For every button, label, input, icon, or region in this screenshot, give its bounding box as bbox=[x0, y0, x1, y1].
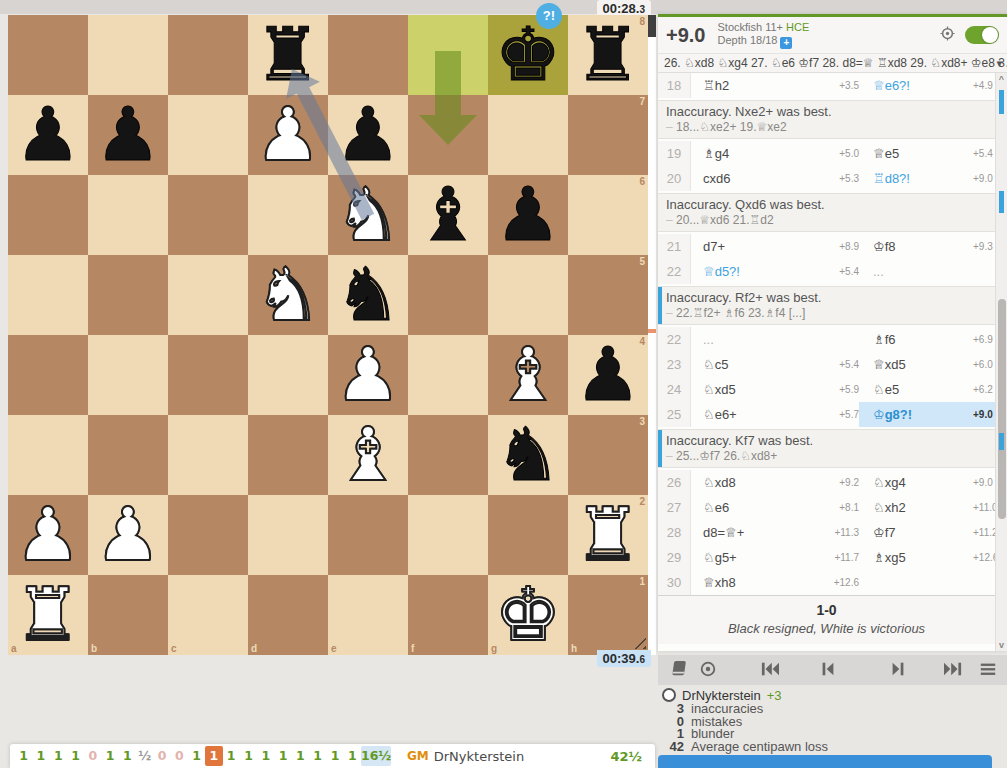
move-row: 20cxd6+5.3♖d8?!+9.0 bbox=[658, 166, 995, 191]
move-list-scrollbar[interactable]: ^ v bbox=[995, 73, 1007, 651]
last-move-highlight bbox=[408, 15, 488, 95]
move-row: 18♖h2+3.5♕e6?!+4.9 bbox=[658, 73, 995, 98]
black-piece-e7[interactable]: ♟ bbox=[328, 95, 408, 175]
move-row: 29♘g5++11.7♗xg5+12.6 bbox=[658, 545, 995, 570]
better-line-variation[interactable]: 20...♕xd6 21.♖d2 bbox=[658, 213, 995, 231]
white-move-eval: +11.3 bbox=[815, 520, 859, 545]
square-b8[interactable] bbox=[88, 15, 168, 95]
engine-eval: +9.0 bbox=[666, 24, 705, 47]
move-row: 25♘e6++5.7♔g8?!+9.0 bbox=[658, 402, 995, 427]
black-move-eval bbox=[973, 570, 995, 595]
white-move[interactable]: ♕d5?! bbox=[691, 259, 815, 284]
file-label: c bbox=[171, 643, 177, 654]
white-move-eval: +5.9 bbox=[815, 377, 859, 402]
white-move[interactable]: cxd6 bbox=[691, 166, 815, 191]
black-move[interactable]: ♕e5 bbox=[859, 141, 973, 166]
black-move[interactable]: ♕e6?! bbox=[859, 73, 973, 98]
square-c8[interactable] bbox=[168, 15, 248, 95]
judgment-block: Inaccuracy. Rf2+ was best.22.♖f2+ ♗f6 23… bbox=[658, 286, 995, 325]
game-result-cell[interactable]: 1 bbox=[32, 746, 49, 766]
expand-caret-icon[interactable]: ▾ bbox=[996, 54, 1002, 72]
move-row: 24♘xd5+5.9♘e5+6.2 bbox=[658, 377, 995, 402]
white-piece-d7[interactable]: ♟ bbox=[248, 95, 328, 175]
stat-value: 42 bbox=[660, 741, 684, 754]
white-move-eval: +8.9 bbox=[815, 234, 859, 259]
white-move[interactable]: ♘xd5 bbox=[691, 377, 815, 402]
player-title: GM bbox=[407, 749, 429, 763]
square-c4[interactable] bbox=[168, 335, 248, 415]
file-label: d bbox=[251, 643, 257, 654]
square-f1[interactable]: f bbox=[408, 575, 488, 655]
square-c1[interactable]: c bbox=[168, 575, 248, 655]
black-piece-d8[interactable]: ♜ bbox=[248, 15, 328, 95]
square-b4[interactable] bbox=[88, 335, 168, 415]
square-h1[interactable]: 1h bbox=[568, 575, 648, 655]
white-piece-a2[interactable]: ♟ bbox=[8, 495, 88, 575]
analysis-panel: +9.0 Stockfish 11+ HCE Depth 18/18+ 26. … bbox=[658, 14, 1007, 651]
better-line-variation[interactable]: 25...♔f7 26.♘xd8+ bbox=[658, 449, 995, 467]
square-c6[interactable] bbox=[168, 175, 248, 255]
black-piece-a7[interactable]: ♟ bbox=[8, 95, 88, 175]
white-move[interactable]: ♘g5+ bbox=[691, 545, 815, 570]
eval-gauge-black-segment bbox=[648, 15, 656, 37]
game-result: 1-0 Black resigned, White is victorious bbox=[658, 595, 995, 644]
white-piece-e3[interactable]: ♝ bbox=[328, 415, 408, 495]
white-move[interactable]: ♕xh8 bbox=[691, 570, 815, 595]
move-number: 20 bbox=[658, 166, 691, 191]
square-d4[interactable] bbox=[248, 335, 328, 415]
result-note: Black resigned, White is victorious bbox=[658, 621, 995, 636]
scroll-up-icon[interactable]: ^ bbox=[996, 74, 1007, 84]
square-e2[interactable] bbox=[328, 495, 408, 575]
engine-name: Stockfish 11+ bbox=[717, 21, 783, 33]
prev-move-icon[interactable] bbox=[816, 660, 840, 680]
black-move[interactable]: ♘xh2 bbox=[859, 495, 973, 520]
move-row: 21d7++8.9♔f8+9.3 bbox=[658, 234, 995, 259]
white-move[interactable]: ♘e6+ bbox=[691, 402, 815, 427]
white-move-eval: +3.5 bbox=[815, 73, 859, 98]
game-result-cell[interactable]: 1 bbox=[326, 746, 343, 766]
inaccuracy-scroll-marker bbox=[999, 191, 1004, 213]
white-move[interactable]: ♘e6 bbox=[691, 495, 815, 520]
square-d6[interactable] bbox=[248, 175, 328, 255]
square-g7[interactable] bbox=[488, 95, 568, 175]
white-move-eval: +12.6 bbox=[815, 570, 859, 595]
square-b5[interactable] bbox=[88, 255, 168, 335]
scrollbar-thumb[interactable] bbox=[998, 299, 1006, 519]
move-number: 22 bbox=[658, 327, 691, 352]
better-line-variation[interactable]: 22.♖f2+ ♗f6 23.♗f4 [...] bbox=[658, 306, 995, 324]
white-move-eval: +5.7 bbox=[815, 402, 859, 427]
white-piece-a1[interactable]: ♜ bbox=[8, 575, 88, 655]
square-f2[interactable] bbox=[408, 495, 488, 575]
white-summary-bar[interactable] bbox=[658, 755, 992, 768]
square-c3[interactable] bbox=[168, 415, 248, 495]
square-c7[interactable] bbox=[168, 95, 248, 175]
white-move[interactable]: ♖h2 bbox=[691, 73, 815, 98]
white-move-eval: +8.1 bbox=[815, 495, 859, 520]
white-move[interactable]: ♘xd8 bbox=[691, 470, 815, 495]
square-b1[interactable]: b bbox=[88, 575, 168, 655]
square-a5[interactable] bbox=[8, 255, 88, 335]
square-h5[interactable]: 5 bbox=[568, 255, 648, 335]
move-row: 22♕d5?!+5.4... bbox=[658, 259, 995, 284]
judgment-comment: Inaccuracy. Rf2+ was best. bbox=[658, 287, 995, 306]
black-move[interactable]: ♘xg4 bbox=[859, 470, 973, 495]
white-move[interactable]: ... bbox=[691, 327, 815, 352]
result-score: 1-0 bbox=[658, 602, 995, 618]
engine-toggle[interactable] bbox=[965, 26, 999, 44]
game-result-cell[interactable]: 1 bbox=[292, 746, 309, 766]
player-points: 42½ bbox=[610, 749, 642, 764]
skip-last-icon[interactable] bbox=[941, 660, 965, 680]
game-result-cell[interactable]: 1 bbox=[344, 746, 361, 766]
game-result-cell[interactable]: 1 bbox=[309, 746, 326, 766]
scroll-down-icon[interactable]: v bbox=[996, 640, 1007, 650]
square-h3[interactable]: 3 bbox=[568, 415, 648, 495]
square-a3[interactable] bbox=[8, 415, 88, 495]
game-result-cell[interactable]: 1 bbox=[274, 746, 291, 766]
move-row: 23♘c5+5.4♕xd5+6.0 bbox=[658, 352, 995, 377]
stat-label: Average centipawn loss bbox=[691, 741, 828, 754]
square-f3[interactable] bbox=[408, 415, 488, 495]
white-move-eval: +9.2 bbox=[815, 470, 859, 495]
black-piece-e5[interactable]: ♞ bbox=[328, 255, 408, 335]
rank-label: 1 bbox=[639, 576, 645, 587]
menu-icon[interactable] bbox=[976, 660, 1000, 680]
white-piece-b2[interactable]: ♟ bbox=[88, 495, 168, 575]
move-number: 23 bbox=[658, 352, 691, 377]
move-number: 24 bbox=[658, 377, 691, 402]
white-move[interactable]: d7+ bbox=[691, 234, 815, 259]
move-row: 27♘e6+8.1♘xh2+11.0 bbox=[658, 495, 995, 520]
square-a6[interactable] bbox=[8, 175, 88, 255]
strip-player-name[interactable]: DrNykterstein bbox=[434, 749, 524, 764]
black-move[interactable]: ♗xg5 bbox=[859, 545, 973, 570]
move-number: 22 bbox=[658, 259, 691, 284]
white-piece-d5[interactable]: ♞ bbox=[248, 255, 328, 335]
tournament-total-score: 16½ bbox=[361, 746, 391, 766]
move-row: 30♕xh8+12.6 bbox=[658, 570, 995, 595]
stat-row: 42Average centipawn loss bbox=[660, 741, 1005, 754]
game-result-cell[interactable]: 1 bbox=[67, 746, 84, 766]
judgment-block: Inaccuracy. Kf7 was best.25...♔f7 26.♘xd… bbox=[658, 429, 995, 468]
target-icon[interactable] bbox=[696, 660, 720, 680]
black-piece-g3[interactable]: ♞ bbox=[488, 415, 568, 495]
black-move[interactable]: ♖d8?! bbox=[859, 166, 973, 191]
square-d3[interactable] bbox=[248, 415, 328, 495]
move-list: 18♖h2+3.5♕e6?!+4.9Inaccuracy. Nxe2+ was … bbox=[658, 73, 995, 595]
black-move[interactable]: ♔f8 bbox=[859, 234, 973, 259]
game-result-cell[interactable]: 1 bbox=[257, 746, 274, 766]
square-f7[interactable] bbox=[408, 95, 488, 175]
square-d1[interactable]: d bbox=[248, 575, 328, 655]
rank-label: 3 bbox=[639, 416, 645, 427]
judgment-comment: Inaccuracy. Qxd6 was best. bbox=[658, 194, 995, 213]
file-label: b bbox=[91, 643, 97, 654]
controls-bar bbox=[658, 655, 1007, 685]
game-result-cell[interactable]: 1 bbox=[240, 746, 257, 766]
game-result-cell[interactable]: 1 bbox=[50, 746, 67, 766]
game-result-cell[interactable]: 0 bbox=[153, 746, 170, 766]
move-number: 26 bbox=[658, 470, 691, 495]
engine-pv-line[interactable]: 26. ♘xd8 ♘xg4 27. ♘e6 ♔f7 28. d8=♕ ♖xd8 … bbox=[658, 53, 1007, 73]
black-move[interactable]: ... bbox=[859, 259, 973, 284]
engine-depth: Depth 18/18 bbox=[717, 34, 777, 46]
tournament-score-strip: 1111011½00111111111116½GMDrNykterstein42… bbox=[10, 744, 655, 768]
white-move-eval: +5.4 bbox=[815, 259, 859, 284]
toggle-knob bbox=[982, 27, 998, 43]
white-move[interactable]: d8=♕+ bbox=[691, 520, 815, 545]
black-move[interactable] bbox=[859, 570, 973, 595]
square-b6[interactable] bbox=[88, 175, 168, 255]
white-move-eval: +5.3 bbox=[815, 166, 859, 191]
game-result-cell[interactable]: 1 bbox=[15, 746, 32, 766]
game-result-cell[interactable]: 1 bbox=[119, 746, 136, 766]
move-number: 25 bbox=[658, 402, 691, 427]
judgment-comment: Inaccuracy. Kf7 was best. bbox=[658, 430, 995, 449]
practice-target-icon[interactable] bbox=[940, 26, 955, 45]
black-move[interactable]: ♕xd5 bbox=[859, 352, 973, 377]
white-clock: 00:39.6 bbox=[597, 650, 651, 667]
game-result-cell[interactable]: 1 bbox=[101, 746, 118, 766]
black-move[interactable]: ♘e5 bbox=[859, 377, 973, 402]
black-piece-g6[interactable]: ♟ bbox=[488, 175, 568, 255]
move-row: 28d8=♕++11.3♔f7+11.2 bbox=[658, 520, 995, 545]
white-move-eval: +5.4 bbox=[815, 352, 859, 377]
black-piece-f6[interactable]: ♝ bbox=[408, 175, 488, 255]
game-result-cell[interactable]: 1 bbox=[223, 746, 240, 766]
game-result-cell[interactable]: 1 bbox=[205, 746, 222, 766]
judgment-block: Inaccuracy. Nxe2+ was best.18...♘xe2+ 19… bbox=[658, 100, 995, 139]
square-f8[interactable] bbox=[408, 15, 488, 95]
square-e8[interactable] bbox=[328, 15, 408, 95]
black-piece-b7[interactable]: ♟ bbox=[88, 95, 168, 175]
white-move-eval bbox=[815, 327, 859, 352]
square-g5[interactable] bbox=[488, 255, 568, 335]
square-f4[interactable] bbox=[408, 335, 488, 415]
rank-label: 7 bbox=[639, 96, 645, 107]
go-deeper-button[interactable]: + bbox=[780, 37, 792, 49]
white-piece-h2[interactable]: ♜ bbox=[568, 495, 648, 575]
black-move-eval bbox=[973, 259, 995, 284]
player-analysis-stats: DrNykterstein +3 3inaccuracies0mistakes1… bbox=[660, 688, 1005, 753]
judgment-block: Inaccuracy. Qxd6 was best.20...♕xd6 21.♖… bbox=[658, 193, 995, 232]
black-move[interactable]: ♔f7 bbox=[859, 520, 973, 545]
square-g2[interactable] bbox=[488, 495, 568, 575]
game-result-cell[interactable]: ½ bbox=[136, 746, 153, 766]
white-player-icon bbox=[662, 688, 676, 702]
engine-header: +9.0 Stockfish 11+ HCE Depth 18/18+ bbox=[658, 17, 1007, 53]
file-label: e bbox=[331, 643, 337, 654]
square-a8[interactable] bbox=[8, 15, 88, 95]
white-piece-e4[interactable]: ♟ bbox=[328, 335, 408, 415]
square-b3[interactable] bbox=[88, 415, 168, 495]
move-number: 27 bbox=[658, 495, 691, 520]
square-h6[interactable]: 6 bbox=[568, 175, 648, 255]
game-result-cell[interactable]: 0 bbox=[84, 746, 101, 766]
rating-delta: +3 bbox=[767, 688, 782, 703]
white-move[interactable]: ♘c5 bbox=[691, 352, 815, 377]
inaccuracy-scroll-marker bbox=[999, 433, 1004, 450]
rank-label: 5 bbox=[639, 256, 645, 267]
rank-label: 6 bbox=[639, 176, 645, 187]
move-number: 30 bbox=[658, 570, 691, 595]
black-piece-g8[interactable]: ♚ bbox=[488, 15, 568, 95]
square-e1[interactable]: e bbox=[328, 575, 408, 655]
white-move-eval: +5.0 bbox=[815, 141, 859, 166]
book-icon[interactable] bbox=[666, 660, 690, 680]
black-move[interactable]: ♔g8?! bbox=[859, 402, 973, 427]
game-result-cell[interactable]: 0 bbox=[171, 746, 188, 766]
move-number: 28 bbox=[658, 520, 691, 545]
move-number: 18 bbox=[658, 73, 691, 98]
inaccuracy-badge: ?! bbox=[536, 3, 562, 29]
square-c2[interactable] bbox=[168, 495, 248, 575]
move-number: 29 bbox=[658, 545, 691, 570]
skip-first-icon[interactable] bbox=[758, 660, 782, 680]
chess-board[interactable]: 8765432abcdefg1h♜♚♜♟♟♟♟♞♝♟♞♞♟♝♟♝♞♟♟♜♜♚ ?… bbox=[8, 15, 648, 655]
square-h7[interactable]: 7 bbox=[568, 95, 648, 175]
move-number: 21 bbox=[658, 234, 691, 259]
black-move[interactable]: ♗f6 bbox=[859, 327, 973, 352]
inaccuracy-scroll-marker bbox=[999, 90, 1004, 114]
black-piece-h4[interactable]: ♟ bbox=[568, 335, 648, 415]
move-row: 19♗g4+5.0♕e5+5.4 bbox=[658, 141, 995, 166]
eval-type-label: HCE bbox=[786, 21, 809, 33]
white-piece-g4[interactable]: ♝ bbox=[488, 335, 568, 415]
square-a4[interactable] bbox=[8, 335, 88, 415]
move-number: 19 bbox=[658, 141, 691, 166]
move-row: 22...♗f6+6.9 bbox=[658, 327, 995, 352]
square-c5[interactable] bbox=[168, 255, 248, 335]
black-piece-h8[interactable]: ♜ bbox=[568, 15, 648, 95]
better-line-variation[interactable]: 18...♘xe2+ 19.♕xe2 bbox=[658, 120, 995, 138]
next-move-icon[interactable] bbox=[886, 660, 910, 680]
white-move[interactable]: ♗g4 bbox=[691, 141, 815, 166]
game-result-cell[interactable]: 1 bbox=[188, 746, 205, 766]
file-label: f bbox=[411, 643, 414, 654]
square-f5[interactable] bbox=[408, 255, 488, 335]
judgment-comment: Inaccuracy. Nxe2+ was best. bbox=[658, 101, 995, 120]
white-piece-g1[interactable]: ♚ bbox=[488, 575, 568, 655]
white-move-eval: +11.7 bbox=[815, 545, 859, 570]
eval-gauge-midline bbox=[648, 329, 656, 333]
eval-gauge bbox=[648, 15, 656, 655]
square-d2[interactable] bbox=[248, 495, 328, 575]
file-label: h bbox=[571, 643, 577, 654]
white-piece-e6[interactable]: ♞ bbox=[328, 175, 408, 255]
move-row: 26♘xd8+9.2♘xg4+9.0 bbox=[658, 470, 995, 495]
